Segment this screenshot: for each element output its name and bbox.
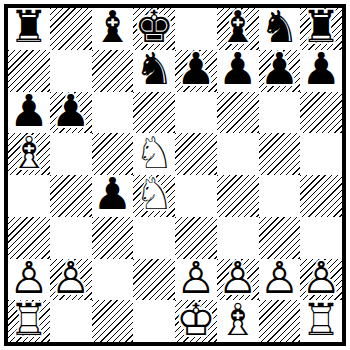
square-g6[interactable] bbox=[259, 92, 301, 134]
square-d2[interactable] bbox=[133, 259, 175, 301]
square-a8[interactable]: ♜♜ bbox=[8, 8, 50, 50]
square-g5[interactable] bbox=[259, 133, 301, 175]
piece-black-pawn: ♟♟ bbox=[175, 50, 217, 92]
square-h4[interactable] bbox=[300, 175, 342, 217]
white-rook-glyph: ♖ bbox=[300, 300, 342, 342]
piece-white-rook: ♜♖ bbox=[8, 300, 50, 342]
piece-black-knight: ♞♞ bbox=[259, 8, 301, 50]
square-c8[interactable]: ♝♝ bbox=[92, 8, 134, 50]
square-h6[interactable] bbox=[300, 92, 342, 134]
square-g3[interactable] bbox=[259, 217, 301, 259]
square-g8[interactable]: ♞♞ bbox=[259, 8, 301, 50]
piece-white-king: ♚♔ bbox=[175, 300, 217, 342]
white-bishop-glyph: ♗ bbox=[8, 133, 50, 175]
piece-white-pawn: ♟♙ bbox=[175, 259, 217, 301]
square-b1[interactable] bbox=[50, 300, 92, 342]
black-bishop-glyph: ♝ bbox=[92, 8, 134, 50]
white-king-glyph: ♔ bbox=[175, 300, 217, 342]
white-rook-glyph: ♖ bbox=[8, 300, 50, 342]
square-e1[interactable]: ♚♔ bbox=[175, 300, 217, 342]
piece-black-pawn: ♟♟ bbox=[259, 50, 301, 92]
square-b2[interactable]: ♟♙ bbox=[50, 259, 92, 301]
square-f3[interactable] bbox=[217, 217, 259, 259]
square-c7[interactable] bbox=[92, 50, 134, 92]
square-e5[interactable] bbox=[175, 133, 217, 175]
black-pawn-glyph: ♟ bbox=[259, 50, 301, 92]
square-a3[interactable] bbox=[8, 217, 50, 259]
square-f7[interactable]: ♟♟ bbox=[217, 50, 259, 92]
square-a6[interactable]: ♟♟ bbox=[8, 92, 50, 134]
piece-black-bishop: ♝♝ bbox=[217, 8, 259, 50]
square-g1[interactable] bbox=[259, 300, 301, 342]
black-pawn-glyph: ♟ bbox=[8, 92, 50, 134]
black-pawn-glyph: ♟ bbox=[217, 50, 259, 92]
piece-black-king: ♚♚ bbox=[133, 8, 175, 50]
black-pawn-glyph: ♟ bbox=[175, 50, 217, 92]
square-g7[interactable]: ♟♟ bbox=[259, 50, 301, 92]
piece-black-knight: ♞♞ bbox=[133, 50, 175, 92]
square-f8[interactable]: ♝♝ bbox=[217, 8, 259, 50]
chess-board-frame: ♜♜♝♝♚♚♝♝♞♞♜♜♞♞♟♟♟♟♟♟♟♟♟♟♟♟♝♗♞♘♟♟♞♘♟♙♟♙♟♙… bbox=[4, 4, 346, 346]
black-pawn-glyph: ♟ bbox=[92, 175, 134, 217]
square-h8[interactable]: ♜♜ bbox=[300, 8, 342, 50]
square-a1[interactable]: ♜♖ bbox=[8, 300, 50, 342]
square-c2[interactable] bbox=[92, 259, 134, 301]
square-f4[interactable] bbox=[217, 175, 259, 217]
square-d5[interactable]: ♞♘ bbox=[133, 133, 175, 175]
square-e6[interactable] bbox=[175, 92, 217, 134]
square-a4[interactable] bbox=[8, 175, 50, 217]
white-pawn-glyph: ♙ bbox=[217, 259, 259, 301]
square-b4[interactable] bbox=[50, 175, 92, 217]
square-f6[interactable] bbox=[217, 92, 259, 134]
piece-black-rook: ♜♜ bbox=[300, 8, 342, 50]
square-e4[interactable] bbox=[175, 175, 217, 217]
piece-black-pawn: ♟♟ bbox=[300, 50, 342, 92]
piece-black-rook: ♜♜ bbox=[8, 8, 50, 50]
piece-black-pawn: ♟♟ bbox=[92, 175, 134, 217]
black-knight-glyph: ♞ bbox=[133, 50, 175, 92]
square-f1[interactable]: ♝♗ bbox=[217, 300, 259, 342]
piece-white-bishop: ♝♗ bbox=[8, 133, 50, 175]
square-d3[interactable] bbox=[133, 217, 175, 259]
black-pawn-glyph: ♟ bbox=[50, 92, 92, 134]
black-rook-glyph: ♜ bbox=[8, 8, 50, 50]
square-f2[interactable]: ♟♙ bbox=[217, 259, 259, 301]
square-e8[interactable] bbox=[175, 8, 217, 50]
square-b7[interactable] bbox=[50, 50, 92, 92]
square-g4[interactable] bbox=[259, 175, 301, 217]
piece-white-pawn: ♟♙ bbox=[217, 259, 259, 301]
piece-white-pawn: ♟♙ bbox=[300, 259, 342, 301]
square-h3[interactable] bbox=[300, 217, 342, 259]
piece-black-pawn: ♟♟ bbox=[217, 50, 259, 92]
black-king-glyph: ♚ bbox=[133, 8, 175, 50]
square-c5[interactable] bbox=[92, 133, 134, 175]
square-d8[interactable]: ♚♚ bbox=[133, 8, 175, 50]
square-h2[interactable]: ♟♙ bbox=[300, 259, 342, 301]
black-knight-glyph: ♞ bbox=[259, 8, 301, 50]
white-bishop-glyph: ♗ bbox=[217, 300, 259, 342]
square-f5[interactable] bbox=[217, 133, 259, 175]
piece-white-pawn: ♟♙ bbox=[8, 259, 50, 301]
square-b6[interactable]: ♟♟ bbox=[50, 92, 92, 134]
square-g2[interactable]: ♟♙ bbox=[259, 259, 301, 301]
square-h5[interactable] bbox=[300, 133, 342, 175]
black-rook-glyph: ♜ bbox=[300, 8, 342, 50]
square-c6[interactable] bbox=[92, 92, 134, 134]
piece-white-pawn: ♟♙ bbox=[50, 259, 92, 301]
square-e2[interactable]: ♟♙ bbox=[175, 259, 217, 301]
black-bishop-glyph: ♝ bbox=[217, 8, 259, 50]
piece-black-bishop: ♝♝ bbox=[92, 8, 134, 50]
piece-white-knight: ♞♘ bbox=[133, 175, 175, 217]
piece-white-bishop: ♝♗ bbox=[217, 300, 259, 342]
white-knight-glyph: ♘ bbox=[133, 133, 175, 175]
square-d7[interactable]: ♞♞ bbox=[133, 50, 175, 92]
piece-black-pawn: ♟♟ bbox=[50, 92, 92, 134]
square-b8[interactable] bbox=[50, 8, 92, 50]
square-d6[interactable] bbox=[133, 92, 175, 134]
black-pawn-glyph: ♟ bbox=[300, 50, 342, 92]
piece-white-knight: ♞♘ bbox=[133, 133, 175, 175]
square-a5[interactable]: ♝♗ bbox=[8, 133, 50, 175]
piece-white-pawn: ♟♙ bbox=[259, 259, 301, 301]
square-b3[interactable] bbox=[50, 217, 92, 259]
square-a7[interactable] bbox=[8, 50, 50, 92]
square-a2[interactable]: ♟♙ bbox=[8, 259, 50, 301]
piece-white-rook: ♜♖ bbox=[300, 300, 342, 342]
white-pawn-glyph: ♙ bbox=[175, 259, 217, 301]
white-knight-glyph: ♘ bbox=[133, 175, 175, 217]
white-pawn-glyph: ♙ bbox=[50, 259, 92, 301]
square-h7[interactable]: ♟♟ bbox=[300, 50, 342, 92]
white-pawn-glyph: ♙ bbox=[8, 259, 50, 301]
square-c3[interactable] bbox=[92, 217, 134, 259]
square-h1[interactable]: ♜♖ bbox=[300, 300, 342, 342]
square-e3[interactable] bbox=[175, 217, 217, 259]
square-e7[interactable]: ♟♟ bbox=[175, 50, 217, 92]
white-pawn-glyph: ♙ bbox=[300, 259, 342, 301]
white-pawn-glyph: ♙ bbox=[259, 259, 301, 301]
piece-black-pawn: ♟♟ bbox=[8, 92, 50, 134]
square-b5[interactable] bbox=[50, 133, 92, 175]
square-c4[interactable]: ♟♟ bbox=[92, 175, 134, 217]
square-d4[interactable]: ♞♘ bbox=[133, 175, 175, 217]
chess-board: ♜♜♝♝♚♚♝♝♞♞♜♜♞♞♟♟♟♟♟♟♟♟♟♟♟♟♝♗♞♘♟♟♞♘♟♙♟♙♟♙… bbox=[8, 8, 342, 342]
square-c1[interactable] bbox=[92, 300, 134, 342]
square-d1[interactable] bbox=[133, 300, 175, 342]
